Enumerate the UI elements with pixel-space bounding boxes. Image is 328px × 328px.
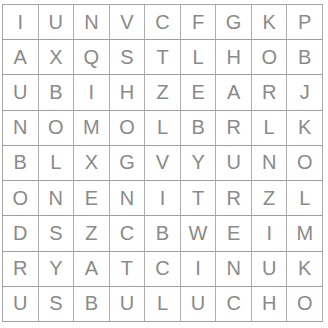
- grid-cell-r1c1[interactable]: I: [3, 5, 39, 40]
- grid-cell-r4c8[interactable]: L: [252, 111, 288, 146]
- grid-cell-r3c5[interactable]: Z: [145, 75, 181, 110]
- grid-cell-r7c3[interactable]: Z: [74, 216, 110, 251]
- grid-cell-r6c3[interactable]: E: [74, 181, 110, 216]
- grid-cell-r1c9[interactable]: P: [287, 5, 323, 40]
- grid-cell-r1c7[interactable]: G: [216, 5, 252, 40]
- grid-cell-r6c1[interactable]: O: [3, 181, 39, 216]
- word-search-grid: IUNVCFGKPAXQSTLHOBUBIHZEARJNOMOLBRLKBLXG…: [2, 4, 323, 322]
- grid-cell-r9c7[interactable]: C: [216, 287, 252, 322]
- grid-cell-r7c9[interactable]: M: [287, 216, 323, 251]
- grid-cell-r7c2[interactable]: S: [39, 216, 75, 251]
- grid-cell-r4c3[interactable]: M: [74, 111, 110, 146]
- grid-cell-r8c3[interactable]: A: [74, 252, 110, 287]
- grid-cell-r4c6[interactable]: B: [181, 111, 217, 146]
- grid-cell-r9c8[interactable]: H: [252, 287, 288, 322]
- grid-cell-r3c3[interactable]: I: [74, 75, 110, 110]
- grid-cell-r1c6[interactable]: F: [181, 5, 217, 40]
- grid-cell-r2c8[interactable]: O: [252, 40, 288, 75]
- grid-cell-r2c1[interactable]: A: [3, 40, 39, 75]
- grid-cell-r2c2[interactable]: X: [39, 40, 75, 75]
- grid-cell-r8c1[interactable]: R: [3, 252, 39, 287]
- grid-cell-r5c4[interactable]: G: [110, 146, 146, 181]
- grid-cell-r1c4[interactable]: V: [110, 5, 146, 40]
- grid-cell-r1c2[interactable]: U: [39, 5, 75, 40]
- grid-cell-r6c7[interactable]: R: [216, 181, 252, 216]
- grid-cell-r8c9[interactable]: K: [287, 252, 323, 287]
- grid-cell-r3c1[interactable]: U: [3, 75, 39, 110]
- grid-cell-r4c1[interactable]: N: [3, 111, 39, 146]
- grid-cell-r3c2[interactable]: B: [39, 75, 75, 110]
- grid-cell-r6c4[interactable]: N: [110, 181, 146, 216]
- word-search-puzzle: IUNVCFGKPAXQSTLHOBUBIHZEARJNOMOLBRLKBLXG…: [0, 0, 328, 328]
- grid-cell-r8c2[interactable]: Y: [39, 252, 75, 287]
- grid-cell-r3c9[interactable]: J: [287, 75, 323, 110]
- grid-cell-r9c4[interactable]: U: [110, 287, 146, 322]
- grid-cell-r6c5[interactable]: I: [145, 181, 181, 216]
- grid-cell-r1c3[interactable]: N: [74, 5, 110, 40]
- grid-cell-r1c5[interactable]: C: [145, 5, 181, 40]
- grid-cell-r7c8[interactable]: I: [252, 216, 288, 251]
- grid-cell-r5c6[interactable]: Y: [181, 146, 217, 181]
- grid-cell-r6c8[interactable]: Z: [252, 181, 288, 216]
- grid-cell-r4c2[interactable]: O: [39, 111, 75, 146]
- grid-cell-r3c6[interactable]: E: [181, 75, 217, 110]
- grid-cell-r5c8[interactable]: N: [252, 146, 288, 181]
- grid-cell-r5c9[interactable]: O: [287, 146, 323, 181]
- grid-cell-r7c5[interactable]: B: [145, 216, 181, 251]
- grid-cell-r8c5[interactable]: C: [145, 252, 181, 287]
- grid-cell-r6c6[interactable]: T: [181, 181, 217, 216]
- grid-cell-r2c5[interactable]: T: [145, 40, 181, 75]
- grid-cell-r4c7[interactable]: R: [216, 111, 252, 146]
- grid-cell-r2c3[interactable]: Q: [74, 40, 110, 75]
- grid-cell-r5c7[interactable]: U: [216, 146, 252, 181]
- grid-cell-r8c8[interactable]: U: [252, 252, 288, 287]
- grid-cell-r9c5[interactable]: L: [145, 287, 181, 322]
- grid-cell-r9c3[interactable]: B: [74, 287, 110, 322]
- grid-cell-r4c9[interactable]: K: [287, 111, 323, 146]
- grid-cell-r3c7[interactable]: A: [216, 75, 252, 110]
- grid-cell-r5c3[interactable]: X: [74, 146, 110, 181]
- grid-cell-r1c8[interactable]: K: [252, 5, 288, 40]
- grid-cell-r7c7[interactable]: E: [216, 216, 252, 251]
- grid-cell-r8c7[interactable]: N: [216, 252, 252, 287]
- grid-cell-r4c5[interactable]: L: [145, 111, 181, 146]
- grid-cell-r3c4[interactable]: H: [110, 75, 146, 110]
- grid-cell-r3c8[interactable]: R: [252, 75, 288, 110]
- grid-cell-r5c1[interactable]: B: [3, 146, 39, 181]
- grid-cell-r2c7[interactable]: H: [216, 40, 252, 75]
- grid-cell-r7c6[interactable]: W: [181, 216, 217, 251]
- grid-cell-r9c1[interactable]: U: [3, 287, 39, 322]
- grid-cell-r8c6[interactable]: I: [181, 252, 217, 287]
- grid-cell-r9c9[interactable]: O: [287, 287, 323, 322]
- grid-cell-r8c4[interactable]: T: [110, 252, 146, 287]
- grid-cell-r6c2[interactable]: N: [39, 181, 75, 216]
- grid-cell-r2c4[interactable]: S: [110, 40, 146, 75]
- grid-cell-r9c2[interactable]: S: [39, 287, 75, 322]
- grid-cell-r9c6[interactable]: U: [181, 287, 217, 322]
- grid-cell-r5c2[interactable]: L: [39, 146, 75, 181]
- grid-cell-r2c9[interactable]: B: [287, 40, 323, 75]
- grid-cell-r7c1[interactable]: D: [3, 216, 39, 251]
- grid-cell-r5c5[interactable]: V: [145, 146, 181, 181]
- grid-cell-r7c4[interactable]: C: [110, 216, 146, 251]
- grid-cell-r2c6[interactable]: L: [181, 40, 217, 75]
- grid-cell-r6c9[interactable]: L: [287, 181, 323, 216]
- grid-cell-r4c4[interactable]: O: [110, 111, 146, 146]
